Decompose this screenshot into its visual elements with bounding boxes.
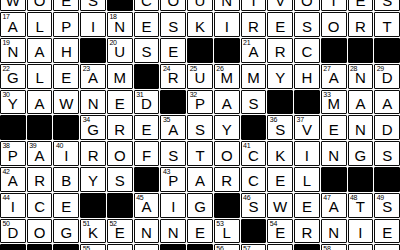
cell-r7c4[interactable]: R	[80, 141, 106, 166]
black-cell-r3c9	[214, 38, 240, 63]
cell-letter: S	[375, 142, 399, 165]
cell-letter: S	[81, 0, 105, 10]
cell-letter: A	[322, 65, 346, 88]
cell-letter: R	[268, 39, 292, 62]
cell-letter: K	[81, 220, 105, 243]
cell-r4c10[interactable]: M	[241, 64, 267, 89]
cell-letter: G	[188, 194, 212, 217]
cell-r8c9[interactable]: R	[214, 167, 240, 192]
cell-r7c1[interactable]: 38P	[0, 141, 26, 166]
black-cell-r5c7	[160, 90, 186, 115]
cell-r4c5[interactable]: M	[107, 64, 133, 89]
cell-r4c13[interactable]: 27A	[321, 64, 347, 89]
cell-r8c8[interactable]: A	[187, 167, 213, 192]
cell-r7c8[interactable]: T	[187, 141, 213, 166]
cell-letter: R	[295, 220, 319, 243]
cell-letter: N	[1, 39, 25, 62]
cell-r6c4[interactable]: 34G	[80, 115, 106, 140]
crossword-grid: WOESCOUNTVOTES17ALPI18NESKIRESORT19NAH20…	[0, 0, 400, 250]
cell-letter: P	[188, 91, 212, 114]
cell-r3c2[interactable]: A	[27, 38, 53, 63]
cell-r4c1[interactable]: 22G	[0, 64, 26, 89]
cell-letter: N	[161, 220, 185, 243]
cell-r7c13[interactable]: N	[321, 141, 347, 166]
cell-letter: C	[135, 0, 159, 10]
cell-r1c6[interactable]: C	[134, 0, 160, 11]
black-cell-r11c8	[187, 244, 213, 250]
cell-letter: N	[349, 65, 373, 88]
black-cell-r6c10	[241, 115, 267, 140]
cell-letter: A	[28, 39, 52, 62]
cell-letter: H	[54, 39, 78, 62]
black-cell-r8c13	[321, 167, 347, 192]
cell-r6c7[interactable]: 35A	[160, 115, 186, 140]
cell-r2c6[interactable]: E	[134, 12, 160, 37]
cell-r10c7[interactable]: N	[160, 219, 186, 244]
cell-r2c11[interactable]: E	[267, 12, 293, 37]
cell-r1c15[interactable]: S	[374, 0, 400, 11]
cell-letter: A	[28, 91, 52, 114]
cell-letter: S	[268, 116, 292, 139]
cell-r5c2[interactable]: A	[27, 90, 53, 115]
cell-r4c3[interactable]: E	[53, 64, 79, 89]
cell-r3c12[interactable]: C	[294, 38, 320, 63]
cell-r9c12[interactable]: E	[294, 193, 320, 218]
cell-r7c5[interactable]: O	[107, 141, 133, 166]
cell-r10c3[interactable]: G	[53, 219, 79, 244]
cell-r5c15[interactable]: A	[374, 90, 400, 115]
cell-r3c6[interactable]: S	[134, 38, 160, 63]
cell-r1c3[interactable]: E	[53, 0, 79, 11]
cell-r6c12[interactable]: 37V	[294, 115, 320, 140]
cell-r7c10[interactable]: 41C	[241, 141, 267, 166]
cell-letter: I	[1, 194, 25, 217]
cell-letter: S	[242, 194, 266, 217]
black-cell-r6c3	[53, 115, 79, 140]
cell-r9c3[interactable]: E	[53, 193, 79, 218]
cell-letter: A	[1, 13, 25, 36]
clue-number: 55	[83, 245, 90, 250]
black-cell-r9c5	[107, 193, 133, 218]
cell-r2c4[interactable]: I	[80, 12, 106, 37]
cell-r5c5[interactable]: E	[107, 90, 133, 115]
black-cell-r9c9	[214, 193, 240, 218]
cell-r2c3[interactable]: P	[53, 12, 79, 37]
cell-r1c9[interactable]: N	[214, 0, 240, 11]
cell-letter: S	[375, 0, 399, 10]
black-cell-r3c8	[187, 38, 213, 63]
cell-letter: O	[108, 142, 132, 165]
cell-r11c15[interactable]	[374, 244, 400, 250]
cell-letter: C	[242, 142, 266, 165]
cell-r11c14[interactable]	[348, 244, 374, 250]
cell-r7c11[interactable]: K	[267, 141, 293, 166]
cell-r1c7[interactable]: O	[160, 0, 186, 11]
black-cell-r11c12	[294, 244, 320, 250]
cell-r11c11[interactable]	[267, 244, 293, 250]
cell-letter: E	[188, 220, 212, 243]
black-cell-r5c11	[267, 90, 293, 115]
cell-letter: R	[242, 13, 266, 36]
cell-r2c8[interactable]: K	[187, 12, 213, 37]
cell-r9c2[interactable]: C	[27, 193, 53, 218]
cell-r8c2[interactable]: R	[27, 167, 53, 192]
black-cell-r6c2	[27, 115, 53, 140]
cell-letter: I	[295, 142, 319, 165]
cell-r8c4[interactable]: Y	[80, 167, 106, 192]
cell-r4c12[interactable]: H	[294, 64, 320, 89]
clue-number: 56	[216, 245, 223, 250]
cell-r1c1[interactable]: W	[0, 0, 26, 11]
cell-r6c6[interactable]: E	[134, 115, 160, 140]
cell-letter: F	[135, 142, 159, 165]
cell-r4c2[interactable]: L	[27, 64, 53, 89]
cell-letter: R	[215, 168, 239, 191]
cell-letter: L	[28, 65, 52, 88]
cell-letter: L	[295, 168, 319, 191]
cell-r4c4[interactable]: 23A	[80, 64, 106, 89]
cell-letter: S	[135, 39, 159, 62]
black-cell-r10c10	[241, 219, 267, 244]
cell-r6c15[interactable]: D	[374, 115, 400, 140]
cell-r5c8[interactable]: 32P	[187, 90, 213, 115]
cell-r2c14[interactable]: R	[348, 12, 374, 37]
cell-letter: W	[268, 194, 292, 217]
cell-r7c12[interactable]: I	[294, 141, 320, 166]
cell-r8c5[interactable]: S	[107, 167, 133, 192]
cell-r9c8[interactable]: G	[187, 193, 213, 218]
cell-letter: C	[242, 168, 266, 191]
cell-letter: D	[375, 65, 399, 88]
black-cell-r11c3	[53, 244, 79, 250]
black-cell-r3c14	[348, 38, 374, 63]
cell-letter: S	[242, 91, 266, 114]
cell-r9c1[interactable]: 44I	[0, 193, 26, 218]
cell-r1c10[interactable]: T	[241, 0, 267, 11]
cell-r4c9[interactable]: 26M	[214, 64, 240, 89]
cell-r7c3[interactable]: 40I	[53, 141, 79, 166]
black-cell-r8c14	[348, 167, 374, 192]
cell-letter: K	[268, 142, 292, 165]
black-cell-r4c6	[134, 64, 160, 89]
cell-r9c15[interactable]: 49S	[374, 193, 400, 218]
cell-r5c13[interactable]: 33M	[321, 90, 347, 115]
cell-r5c1[interactable]: 30Y	[0, 90, 26, 115]
cell-letter: C	[295, 39, 319, 62]
cell-r11c10[interactable]: 57	[241, 244, 267, 250]
cell-r5c6[interactable]: 31D	[134, 90, 160, 115]
cell-r10c2[interactable]: O	[27, 219, 53, 244]
cell-letter: E	[54, 0, 78, 10]
cell-letter: I	[81, 13, 105, 36]
cell-r1c4[interactable]: S	[80, 0, 106, 11]
cell-letter: K	[188, 13, 212, 36]
cell-r9c6[interactable]: 45A	[134, 193, 160, 218]
cell-letter: E	[161, 39, 185, 62]
cell-r7c15[interactable]: S	[374, 141, 400, 166]
cell-r10c15[interactable]: E	[374, 219, 400, 244]
cell-letter: E	[54, 65, 78, 88]
cell-r8c10[interactable]: C	[241, 167, 267, 192]
cell-r6c14[interactable]: N	[348, 115, 374, 140]
black-cell-r3c4	[80, 38, 106, 63]
cell-letter: V	[268, 0, 292, 10]
cell-letter: A	[375, 91, 399, 114]
cell-r8c12[interactable]: L	[294, 167, 320, 192]
cell-letter: A	[135, 194, 159, 217]
cell-letter: H	[295, 65, 319, 88]
cell-r2c1[interactable]: 17A	[0, 12, 26, 37]
cell-r3c10[interactable]: 21A	[241, 38, 267, 63]
cell-letter: G	[54, 220, 78, 243]
cell-letter: A	[242, 39, 266, 62]
cell-r9c7[interactable]: I	[160, 193, 186, 218]
cell-letter: O	[28, 220, 52, 243]
cell-r10c14[interactable]: I	[348, 219, 374, 244]
cell-r10c5[interactable]: 52E	[107, 219, 133, 244]
cell-letter: I	[349, 220, 373, 243]
crossword-screenshot: WOESCOUNTVOTES17ALPI18NESKIRESORT19NAH20…	[0, 0, 400, 250]
cell-r2c13[interactable]: O	[321, 12, 347, 37]
cell-letter: M	[215, 65, 239, 88]
cell-r5c10[interactable]: S	[241, 90, 267, 115]
cell-letter: T	[322, 0, 346, 10]
cell-letter: V	[295, 116, 319, 139]
cell-letter: E	[322, 116, 346, 139]
cell-r6c13[interactable]: E	[321, 115, 347, 140]
cell-letter: O	[161, 0, 185, 10]
cell-letter: T	[242, 0, 266, 10]
cell-r2c2[interactable]: L	[27, 12, 53, 37]
cell-letter: T	[349, 194, 373, 217]
cell-letter: G	[349, 142, 373, 165]
cell-letter: E	[375, 220, 399, 243]
cell-r10c6[interactable]: N	[134, 219, 160, 244]
cell-letter: G	[81, 116, 105, 139]
cell-r10c12[interactable]: R	[294, 219, 320, 244]
clue-number: 58	[323, 245, 330, 250]
cell-letter: A	[161, 116, 185, 139]
cell-r3c1[interactable]: 19N	[0, 38, 26, 63]
cell-r6c5[interactable]: R	[107, 115, 133, 140]
cell-letter: L	[215, 220, 239, 243]
cell-r11c6[interactable]	[134, 244, 160, 250]
cell-letter: E	[349, 0, 373, 10]
cell-r3c7[interactable]: E	[160, 38, 186, 63]
cell-r2c15[interactable]: T	[374, 12, 400, 37]
black-cell-r11c7	[160, 244, 186, 250]
cell-letter: N	[322, 220, 346, 243]
cell-letter: M	[322, 91, 346, 114]
cell-letter: R	[161, 65, 185, 88]
cell-letter: U	[188, 65, 212, 88]
black-cell-r6c1	[0, 115, 26, 140]
black-cell-r8c15	[374, 167, 400, 192]
cell-letter: E	[108, 220, 132, 243]
cell-letter: U	[188, 0, 212, 10]
cell-letter: I	[54, 142, 78, 165]
cell-r9c13[interactable]: 47A	[321, 193, 347, 218]
cell-letter: I	[161, 194, 185, 217]
cell-r6c11[interactable]: 36S	[267, 115, 293, 140]
cell-r9c14[interactable]: 48T	[348, 193, 374, 218]
cell-letter: O	[215, 142, 239, 165]
cell-letter: R	[81, 142, 105, 165]
cell-letter: W	[54, 91, 78, 114]
cell-letter: Y	[81, 168, 105, 191]
cell-letter: S	[188, 116, 212, 139]
black-cell-r3c15	[374, 38, 400, 63]
cell-letter: M	[242, 65, 266, 88]
cell-r2c7[interactable]: S	[160, 12, 186, 37]
cell-letter: A	[81, 65, 105, 88]
cell-letter: B	[54, 168, 78, 191]
cell-letter: M	[108, 65, 132, 88]
cell-r8c3[interactable]: B	[53, 167, 79, 192]
cell-letter: E	[268, 220, 292, 243]
cell-letter: Y	[1, 91, 25, 114]
black-cell-r8c6	[134, 167, 160, 192]
cell-letter: O	[322, 13, 346, 36]
cell-r4c15[interactable]: 29D	[374, 64, 400, 89]
cell-r8c11[interactable]: E	[267, 167, 293, 192]
cell-letter: R	[349, 13, 373, 36]
cell-r3c11[interactable]: R	[267, 38, 293, 63]
cell-letter: R	[108, 116, 132, 139]
cell-letter: E	[268, 13, 292, 36]
cell-r3c3[interactable]: H	[53, 38, 79, 63]
cell-letter: E	[54, 194, 78, 217]
cell-r1c8[interactable]: U	[187, 0, 213, 11]
cell-letter: E	[268, 168, 292, 191]
cell-letter: P	[1, 142, 25, 165]
cell-letter: D	[1, 220, 25, 243]
cell-r10c9[interactable]: 53L	[214, 219, 240, 244]
cell-r5c3[interactable]: W	[53, 90, 79, 115]
cell-r11c9[interactable]: 56	[214, 244, 240, 250]
cell-r7c6[interactable]: F	[134, 141, 160, 166]
cell-letter: Y	[268, 65, 292, 88]
cell-letter: R	[28, 168, 52, 191]
cell-letter: S	[108, 168, 132, 191]
cell-r8c7[interactable]: 43P	[160, 167, 186, 192]
cell-letter: E	[135, 13, 159, 36]
cell-r11c13[interactable]: 58	[321, 244, 347, 250]
cell-r10c1[interactable]: 50D	[0, 219, 26, 244]
cell-letter: D	[375, 116, 399, 139]
cell-r2c5[interactable]: 18N	[107, 12, 133, 37]
black-cell-r1c5	[107, 0, 133, 11]
cell-letter: O	[28, 0, 52, 10]
cell-letter: L	[28, 13, 52, 36]
cell-letter: E	[108, 91, 132, 114]
cell-letter: T	[375, 13, 399, 36]
cell-r1c14[interactable]: E	[348, 0, 374, 11]
cell-r7c14[interactable]: G	[348, 141, 374, 166]
cell-letter: N	[135, 220, 159, 243]
cell-r10c8[interactable]: E	[187, 219, 213, 244]
cell-r6c8[interactable]: S	[187, 115, 213, 140]
cell-r1c13[interactable]: T	[321, 0, 347, 11]
cell-r5c4[interactable]: N	[80, 90, 106, 115]
cell-r9c10[interactable]: 46S	[241, 193, 267, 218]
cell-letter: N	[215, 0, 239, 10]
cell-r6c9[interactable]: Y	[214, 115, 240, 140]
cell-r1c12[interactable]: O	[294, 0, 320, 11]
black-cell-r11c2	[27, 244, 53, 250]
cell-r10c13[interactable]: N	[321, 219, 347, 244]
cell-r10c4[interactable]: 51K	[80, 219, 106, 244]
cell-r8c1[interactable]: 42A	[0, 167, 26, 192]
cell-r2c12[interactable]: S	[294, 12, 320, 37]
cell-r1c2[interactable]: O	[27, 0, 53, 11]
cell-r10c11[interactable]: 54E	[267, 219, 293, 244]
cell-letter: C	[28, 194, 52, 217]
clue-number: 57	[243, 245, 250, 250]
cell-r1c11[interactable]: V	[267, 0, 293, 11]
cell-r11c4[interactable]: 55	[80, 244, 106, 250]
cell-letter: P	[161, 168, 185, 191]
cell-letter: O	[295, 0, 319, 10]
cell-r2c10[interactable]: R	[241, 12, 267, 37]
cell-r9c11[interactable]: W	[267, 193, 293, 218]
cell-letter: N	[81, 91, 105, 114]
black-cell-r3c13	[321, 38, 347, 63]
cell-r7c7[interactable]: S	[160, 141, 186, 166]
cell-letter: N	[108, 13, 132, 36]
cell-r4c8[interactable]: 25U	[187, 64, 213, 89]
cell-letter: A	[188, 168, 212, 191]
cell-letter: D	[135, 91, 159, 114]
cell-letter: U	[108, 39, 132, 62]
cell-letter: Y	[215, 116, 239, 139]
cell-r2c9[interactable]: I	[214, 12, 240, 37]
cell-letter: A	[28, 142, 52, 165]
cell-r3c5[interactable]: 20U	[107, 38, 133, 63]
cell-letter: E	[295, 194, 319, 217]
cell-letter: S	[161, 13, 185, 36]
cell-letter: A	[349, 91, 373, 114]
cell-letter: N	[322, 142, 346, 165]
cell-r4c11[interactable]: Y	[267, 64, 293, 89]
cell-letter: S	[161, 142, 185, 165]
cell-letter: G	[1, 65, 25, 88]
cell-r5c9[interactable]: A	[214, 90, 240, 115]
cell-r11c5[interactable]	[107, 244, 133, 250]
cell-letter: S	[375, 194, 399, 217]
cell-r5c14[interactable]: A	[348, 90, 374, 115]
cell-r7c9[interactable]: O	[214, 141, 240, 166]
cell-letter: A	[215, 91, 239, 114]
cell-letter: T	[188, 142, 212, 165]
black-cell-r9c4	[80, 193, 106, 218]
cell-r4c14[interactable]: 28N	[348, 64, 374, 89]
cell-letter: A	[322, 194, 346, 217]
cell-letter: E	[135, 116, 159, 139]
cell-r4c7[interactable]: 24R	[160, 64, 186, 89]
cell-letter: N	[349, 116, 373, 139]
black-cell-r5c12	[294, 90, 320, 115]
cell-letter: A	[1, 168, 25, 191]
cell-letter: P	[54, 13, 78, 36]
cell-letter: I	[215, 13, 239, 36]
black-cell-r11c1	[0, 244, 26, 250]
cell-letter: S	[295, 13, 319, 36]
cell-letter: W	[1, 0, 25, 10]
cell-r7c2[interactable]: 39A	[27, 141, 53, 166]
